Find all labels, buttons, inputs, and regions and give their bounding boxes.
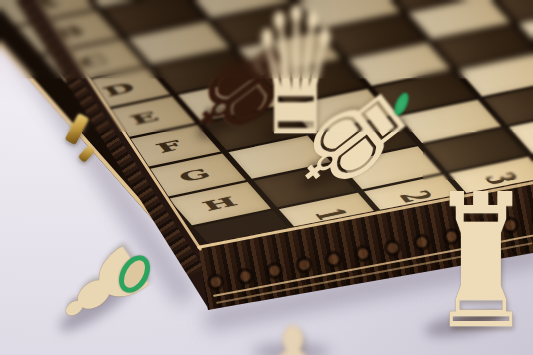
coordinate-letter: E: [126, 109, 163, 128]
shadow-rook-contact: [452, 310, 503, 329]
white-pawn-foreground: ♟: [237, 305, 350, 355]
chess-set-photo: ABCDEFGH12345678 ♚♛♚♜♟♟: [0, 0, 533, 355]
shadow-under-rook: [423, 307, 509, 341]
white-pawn-fallen: ♟: [36, 226, 170, 349]
coordinate-letter: H: [198, 194, 241, 214]
coordinate-number: 1: [304, 205, 356, 223]
chess-piece-glyph: ♟: [36, 226, 170, 349]
coordinate-number: 2: [389, 187, 441, 205]
coordinate-letter: G: [174, 165, 214, 184]
coordinate-letter: F: [152, 137, 187, 155]
shadow-under-pawn: [54, 273, 138, 338]
shadow-under-foreground-pawn: [252, 344, 330, 355]
chess-piece-glyph: ♟: [237, 305, 350, 355]
coordinate-letter: D: [99, 80, 140, 99]
green-felt-base: [112, 250, 155, 298]
coordinate-letter: A: [25, 0, 63, 13]
coordinate-letter: C: [75, 51, 113, 70]
coordinate-letter: B: [49, 23, 89, 42]
brass-clasp-hook: [78, 145, 95, 163]
coordinate-number: 3: [474, 170, 526, 188]
